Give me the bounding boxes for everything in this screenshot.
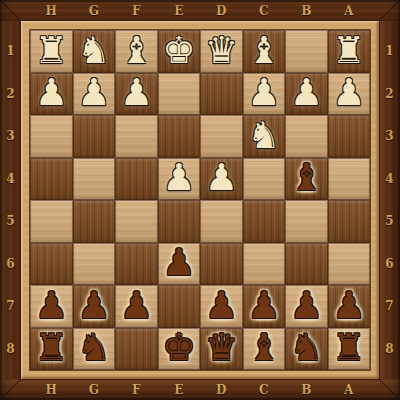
piece-white-knight[interactable]: ♞ — [77, 32, 110, 69]
piece-black-queen[interactable]: ♛ — [205, 329, 238, 366]
square-e1[interactable]: ♚ — [158, 30, 201, 73]
square-d8[interactable]: ♛ — [200, 328, 243, 371]
square-a3[interactable] — [328, 115, 371, 158]
square-d5[interactable] — [200, 200, 243, 243]
square-f4[interactable] — [115, 158, 158, 201]
square-a1[interactable]: ♜ — [328, 30, 371, 73]
square-g5[interactable] — [73, 200, 116, 243]
square-d7[interactable]: ♟ — [200, 285, 243, 328]
frame-left — [0, 21, 21, 379]
square-c6[interactable] — [243, 243, 286, 286]
piece-white-rook[interactable]: ♜ — [332, 32, 365, 69]
piece-white-pawn[interactable]: ♟ — [247, 74, 280, 111]
square-e8[interactable]: ♚ — [158, 328, 201, 371]
square-c5[interactable] — [243, 200, 286, 243]
square-d4[interactable]: ♟ — [200, 158, 243, 201]
piece-black-pawn[interactable]: ♟ — [290, 287, 323, 324]
square-f5[interactable] — [115, 200, 158, 243]
square-d2[interactable] — [200, 73, 243, 116]
square-b7[interactable]: ♟ — [285, 285, 328, 328]
square-f3[interactable] — [115, 115, 158, 158]
square-h2[interactable]: ♟ — [30, 73, 73, 116]
square-c7[interactable]: ♟ — [243, 285, 286, 328]
square-f6[interactable] — [115, 243, 158, 286]
square-h6[interactable] — [30, 243, 73, 286]
square-a5[interactable] — [328, 200, 371, 243]
square-g6[interactable] — [73, 243, 116, 286]
piece-black-pawn[interactable]: ♟ — [332, 287, 365, 324]
square-d1[interactable]: ♛ — [200, 30, 243, 73]
square-h1[interactable]: ♜ — [30, 30, 73, 73]
square-f1[interactable]: ♝ — [115, 30, 158, 73]
piece-black-pawn[interactable]: ♟ — [120, 287, 153, 324]
piece-white-bishop[interactable]: ♝ — [120, 32, 153, 69]
square-g3[interactable] — [73, 115, 116, 158]
square-a8[interactable]: ♜ — [328, 328, 371, 371]
square-a6[interactable] — [328, 243, 371, 286]
piece-black-pawn[interactable]: ♟ — [162, 244, 195, 281]
frame-bottom — [0, 379, 400, 400]
square-b8[interactable]: ♞ — [285, 328, 328, 371]
square-b2[interactable]: ♟ — [285, 73, 328, 116]
frame-right — [379, 21, 400, 379]
square-c8[interactable]: ♝ — [243, 328, 286, 371]
piece-white-pawn[interactable]: ♟ — [205, 159, 238, 196]
square-f8[interactable] — [115, 328, 158, 371]
square-c2[interactable]: ♟ — [243, 73, 286, 116]
square-h5[interactable] — [30, 200, 73, 243]
chess-board[interactable]: ♜♞♝♚♛♝♜♟♟♟♟♟♟♞♟♟♝♟♟♟♟♟♟♟♟♜♞♚♛♝♞♜ — [30, 30, 370, 370]
piece-black-knight[interactable]: ♞ — [290, 329, 323, 366]
square-g7[interactable]: ♟ — [73, 285, 116, 328]
square-f2[interactable]: ♟ — [115, 73, 158, 116]
piece-white-pawn[interactable]: ♟ — [77, 74, 110, 111]
square-c1[interactable]: ♝ — [243, 30, 286, 73]
piece-white-rook[interactable]: ♜ — [35, 32, 68, 69]
square-g8[interactable]: ♞ — [73, 328, 116, 371]
piece-white-pawn[interactable]: ♟ — [120, 74, 153, 111]
square-h3[interactable] — [30, 115, 73, 158]
piece-white-queen[interactable]: ♛ — [205, 32, 238, 69]
piece-black-king[interactable]: ♚ — [162, 329, 195, 366]
piece-black-bishop[interactable]: ♝ — [290, 159, 323, 196]
square-b3[interactable] — [285, 115, 328, 158]
square-b4[interactable]: ♝ — [285, 158, 328, 201]
square-a2[interactable]: ♟ — [328, 73, 371, 116]
piece-white-king[interactable]: ♚ — [162, 32, 195, 69]
piece-white-knight[interactable]: ♞ — [247, 117, 280, 154]
square-e7[interactable] — [158, 285, 201, 328]
piece-black-pawn[interactable]: ♟ — [77, 287, 110, 324]
square-d6[interactable] — [200, 243, 243, 286]
square-e4[interactable]: ♟ — [158, 158, 201, 201]
piece-white-pawn[interactable]: ♟ — [290, 74, 323, 111]
piece-black-pawn[interactable]: ♟ — [247, 287, 280, 324]
piece-white-pawn[interactable]: ♟ — [332, 74, 365, 111]
piece-black-rook[interactable]: ♜ — [332, 329, 365, 366]
square-e2[interactable] — [158, 73, 201, 116]
piece-black-knight[interactable]: ♞ — [77, 329, 110, 366]
square-h8[interactable]: ♜ — [30, 328, 73, 371]
square-a4[interactable] — [328, 158, 371, 201]
square-c4[interactable] — [243, 158, 286, 201]
frame-top — [0, 0, 400, 21]
square-h4[interactable] — [30, 158, 73, 201]
piece-white-bishop[interactable]: ♝ — [247, 32, 280, 69]
square-b6[interactable] — [285, 243, 328, 286]
square-e5[interactable] — [158, 200, 201, 243]
square-c3[interactable]: ♞ — [243, 115, 286, 158]
square-f7[interactable]: ♟ — [115, 285, 158, 328]
square-a7[interactable]: ♟ — [328, 285, 371, 328]
square-e6[interactable]: ♟ — [158, 243, 201, 286]
piece-black-rook[interactable]: ♜ — [35, 329, 68, 366]
square-g2[interactable]: ♟ — [73, 73, 116, 116]
square-g4[interactable] — [73, 158, 116, 201]
square-e3[interactable] — [158, 115, 201, 158]
piece-black-pawn[interactable]: ♟ — [35, 287, 68, 324]
piece-white-pawn[interactable]: ♟ — [35, 74, 68, 111]
square-b5[interactable] — [285, 200, 328, 243]
square-d3[interactable] — [200, 115, 243, 158]
piece-white-pawn[interactable]: ♟ — [162, 159, 195, 196]
piece-black-bishop[interactable]: ♝ — [247, 329, 280, 366]
square-b1[interactable] — [285, 30, 328, 73]
square-h7[interactable]: ♟ — [30, 285, 73, 328]
square-g1[interactable]: ♞ — [73, 30, 116, 73]
chess-board-screen: ♜♞♝♚♛♝♜♟♟♟♟♟♟♞♟♟♝♟♟♟♟♟♟♟♟♜♞♚♛♝♞♜ HGFEDCB… — [0, 0, 400, 400]
piece-black-pawn[interactable]: ♟ — [205, 287, 238, 324]
